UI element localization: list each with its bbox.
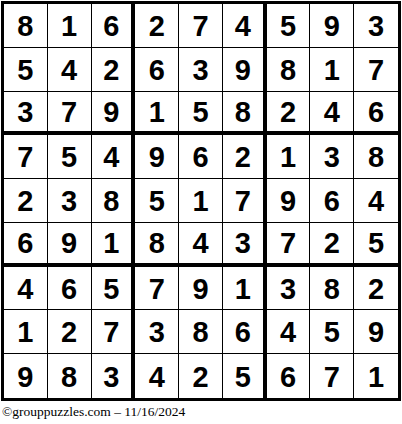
cell-r8c5: 8 — [179, 310, 223, 354]
cell-r5c9: 4 — [354, 179, 398, 223]
cell-r3c7: 2 — [267, 92, 311, 136]
cell-r2c6: 9 — [223, 48, 267, 92]
cell-r6c1: 6 — [4, 223, 48, 267]
cell-r7c2: 6 — [48, 267, 92, 311]
cell-r3c4: 1 — [135, 92, 179, 136]
cell-r8c6: 6 — [223, 310, 267, 354]
cell-r1c2: 1 — [48, 4, 92, 48]
cell-r9c1: 9 — [4, 354, 48, 398]
cell-r2c3: 2 — [92, 48, 136, 92]
cell-r5c1: 2 — [4, 179, 48, 223]
cell-r3c9: 6 — [354, 92, 398, 136]
cell-r8c3: 7 — [92, 310, 136, 354]
cell-r6c9: 5 — [354, 223, 398, 267]
cell-r9c4: 4 — [135, 354, 179, 398]
cell-r1c6: 4 — [223, 4, 267, 48]
cell-r7c3: 5 — [92, 267, 136, 311]
cell-r2c2: 4 — [48, 48, 92, 92]
cell-r7c9: 2 — [354, 267, 398, 311]
cell-r9c8: 7 — [310, 354, 354, 398]
cell-r1c7: 5 — [267, 4, 311, 48]
cell-r2c8: 1 — [310, 48, 354, 92]
cell-r2c1: 5 — [4, 48, 48, 92]
cell-r3c1: 3 — [4, 92, 48, 136]
cell-r7c4: 7 — [135, 267, 179, 311]
copyright-credit: ©grouppuzzles.com – 11/16/2024 — [2, 404, 185, 420]
cell-r5c8: 6 — [310, 179, 354, 223]
cell-r1c9: 3 — [354, 4, 398, 48]
cell-r2c5: 3 — [179, 48, 223, 92]
cell-r5c5: 1 — [179, 179, 223, 223]
cell-r1c8: 9 — [310, 4, 354, 48]
cell-r7c6: 1 — [223, 267, 267, 311]
cell-r8c1: 1 — [4, 310, 48, 354]
cell-r6c4: 8 — [135, 223, 179, 267]
sudoku-board: 8162745935426398173791582467549621382385… — [1, 1, 401, 401]
cell-r6c6: 3 — [223, 223, 267, 267]
cell-r3c6: 8 — [223, 92, 267, 136]
cell-r5c2: 3 — [48, 179, 92, 223]
cell-r6c2: 9 — [48, 223, 92, 267]
cell-r8c2: 2 — [48, 310, 92, 354]
cell-r6c7: 7 — [267, 223, 311, 267]
cell-r3c3: 9 — [92, 92, 136, 136]
cell-r9c7: 6 — [267, 354, 311, 398]
cell-r2c4: 6 — [135, 48, 179, 92]
cell-r7c7: 3 — [267, 267, 311, 311]
cell-r1c4: 2 — [135, 4, 179, 48]
cell-r4c7: 1 — [267, 135, 311, 179]
cell-r4c6: 2 — [223, 135, 267, 179]
cell-r8c4: 3 — [135, 310, 179, 354]
cell-r3c8: 4 — [310, 92, 354, 136]
cell-r5c7: 9 — [267, 179, 311, 223]
cell-r4c1: 7 — [4, 135, 48, 179]
cell-r4c2: 5 — [48, 135, 92, 179]
cell-r4c8: 3 — [310, 135, 354, 179]
cell-r4c9: 8 — [354, 135, 398, 179]
cell-r7c1: 4 — [4, 267, 48, 311]
cell-r9c2: 8 — [48, 354, 92, 398]
cell-r1c3: 6 — [92, 4, 136, 48]
cell-r5c6: 7 — [223, 179, 267, 223]
cell-r1c5: 7 — [179, 4, 223, 48]
cell-r8c8: 5 — [310, 310, 354, 354]
cell-r8c9: 9 — [354, 310, 398, 354]
cell-r2c9: 7 — [354, 48, 398, 92]
cell-r9c6: 5 — [223, 354, 267, 398]
cell-r7c5: 9 — [179, 267, 223, 311]
cell-r9c3: 3 — [92, 354, 136, 398]
cell-r9c5: 2 — [179, 354, 223, 398]
cell-r4c4: 9 — [135, 135, 179, 179]
cell-r4c3: 4 — [92, 135, 136, 179]
cell-r5c3: 8 — [92, 179, 136, 223]
cell-r4c5: 6 — [179, 135, 223, 179]
cell-r1c1: 8 — [4, 4, 48, 48]
cell-r6c8: 2 — [310, 223, 354, 267]
cell-r9c9: 1 — [354, 354, 398, 398]
cell-r5c4: 5 — [135, 179, 179, 223]
sudoku-page: 8162745935426398173791582467549621382385… — [0, 0, 402, 424]
cell-r8c7: 4 — [267, 310, 311, 354]
cell-r3c2: 7 — [48, 92, 92, 136]
cell-r6c3: 1 — [92, 223, 136, 267]
cell-r2c7: 8 — [267, 48, 311, 92]
cell-r6c5: 4 — [179, 223, 223, 267]
cell-r3c5: 5 — [179, 92, 223, 136]
cell-r7c8: 8 — [310, 267, 354, 311]
